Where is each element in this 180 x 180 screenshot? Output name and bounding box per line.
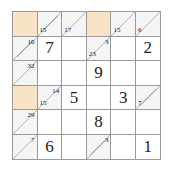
clue-cell-r4c2: 1415 [38, 86, 62, 110]
clue-cell-r1c2: 15 [38, 12, 62, 36]
block-cell-r1c4 [87, 12, 111, 36]
entry-cell-r4c4[interactable] [87, 86, 111, 110]
clue-cell-r5c1: 29 [13, 110, 37, 134]
across-clue-r2c1: 10 [28, 39, 35, 46]
clue-cell-r2c4: 323 [87, 37, 111, 61]
across-clue-r3c1: 32 [28, 63, 35, 70]
across-clue-r2c4: 3 [105, 39, 109, 46]
block-cell-r1c1 [13, 12, 37, 36]
down-clue-r2c4: 23 [89, 51, 96, 58]
down-clue-r1c6: 6 [138, 27, 142, 34]
entry-cell-r3c6[interactable] [136, 61, 160, 85]
entry-cell-r2c2[interactable]: 7 [38, 37, 62, 61]
entry-cell-r6c5[interactable] [111, 135, 135, 159]
clue-cell-r1c6: 6 [136, 12, 160, 36]
clue-cell-r6c4: 3 [87, 135, 111, 159]
clue-cell-r1c5: 15 [111, 12, 135, 36]
entry-cell-r6c3[interactable] [62, 135, 86, 159]
entry-cell-r5c2[interactable] [38, 110, 62, 134]
across-clue-r4c2: 14 [52, 88, 59, 95]
clue-cell-r1c3: 17 [62, 12, 86, 36]
down-clue-r1c3: 17 [64, 27, 71, 34]
entry-cell-r5c6[interactable] [136, 110, 160, 134]
clue-cell-r4c6: 7 [136, 86, 160, 110]
down-clue-r4c2: 15 [40, 100, 47, 107]
across-clue-r5c1: 29 [28, 112, 35, 119]
across-clue-r6c1: 7 [31, 137, 35, 144]
entry-cell-r2c6[interactable]: 2 [136, 37, 160, 61]
kakuro-page: 1517156107323232914155372987631 [0, 0, 180, 180]
entry-cell-r4c3[interactable]: 5 [62, 86, 86, 110]
kakuro-board: 1517156107323232914155372987631 [12, 11, 161, 160]
entry-cell-r3c5[interactable] [111, 61, 135, 85]
entry-cell-r6c6[interactable]: 1 [136, 135, 160, 159]
entry-cell-r5c4[interactable]: 8 [87, 110, 111, 134]
entry-cell-r3c2[interactable] [38, 61, 62, 85]
entry-cell-r2c3[interactable] [62, 37, 86, 61]
clue-cell-r6c1: 7 [13, 135, 37, 159]
clue-cell-r2c1: 10 [13, 37, 37, 61]
down-clue-r4c6: 7 [138, 100, 142, 107]
across-clue-r6c4: 3 [105, 137, 109, 144]
entry-cell-r5c5[interactable] [111, 110, 135, 134]
entry-cell-r5c3[interactable] [62, 110, 86, 134]
entry-cell-r3c3[interactable] [62, 61, 86, 85]
entry-cell-r3c4[interactable]: 9 [87, 61, 111, 85]
block-cell-r4c1 [13, 86, 37, 110]
entry-cell-r2c5[interactable] [111, 37, 135, 61]
down-clue-r1c5: 15 [113, 27, 120, 34]
entry-cell-r4c5[interactable]: 3 [111, 86, 135, 110]
clue-cell-r3c1: 32 [13, 61, 37, 85]
down-clue-r1c2: 15 [40, 27, 47, 34]
entry-cell-r6c2[interactable]: 6 [38, 135, 62, 159]
